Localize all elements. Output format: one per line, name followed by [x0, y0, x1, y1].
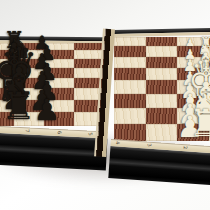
- chess-piece-h1: ♜: [189, 104, 210, 142]
- chess-piece-h8: ♜: [2, 88, 36, 126]
- chess-set-photo: 8765 4321 ♜♞♝♛♚♝♞♜♟♟♟♟♟♟♟♟♟♟♟♟♟♟♟♟♜♞♝♛♚♝…: [0, 0, 210, 210]
- pieces-layer: ♜♞♝♛♚♝♞♜♟♟♟♟♟♟♟♟♟♟♟♟♟♟♟♟♜♞♝♛♚♝♞♜: [0, 0, 210, 210]
- chess-piece-h7: ♟: [34, 96, 60, 125]
